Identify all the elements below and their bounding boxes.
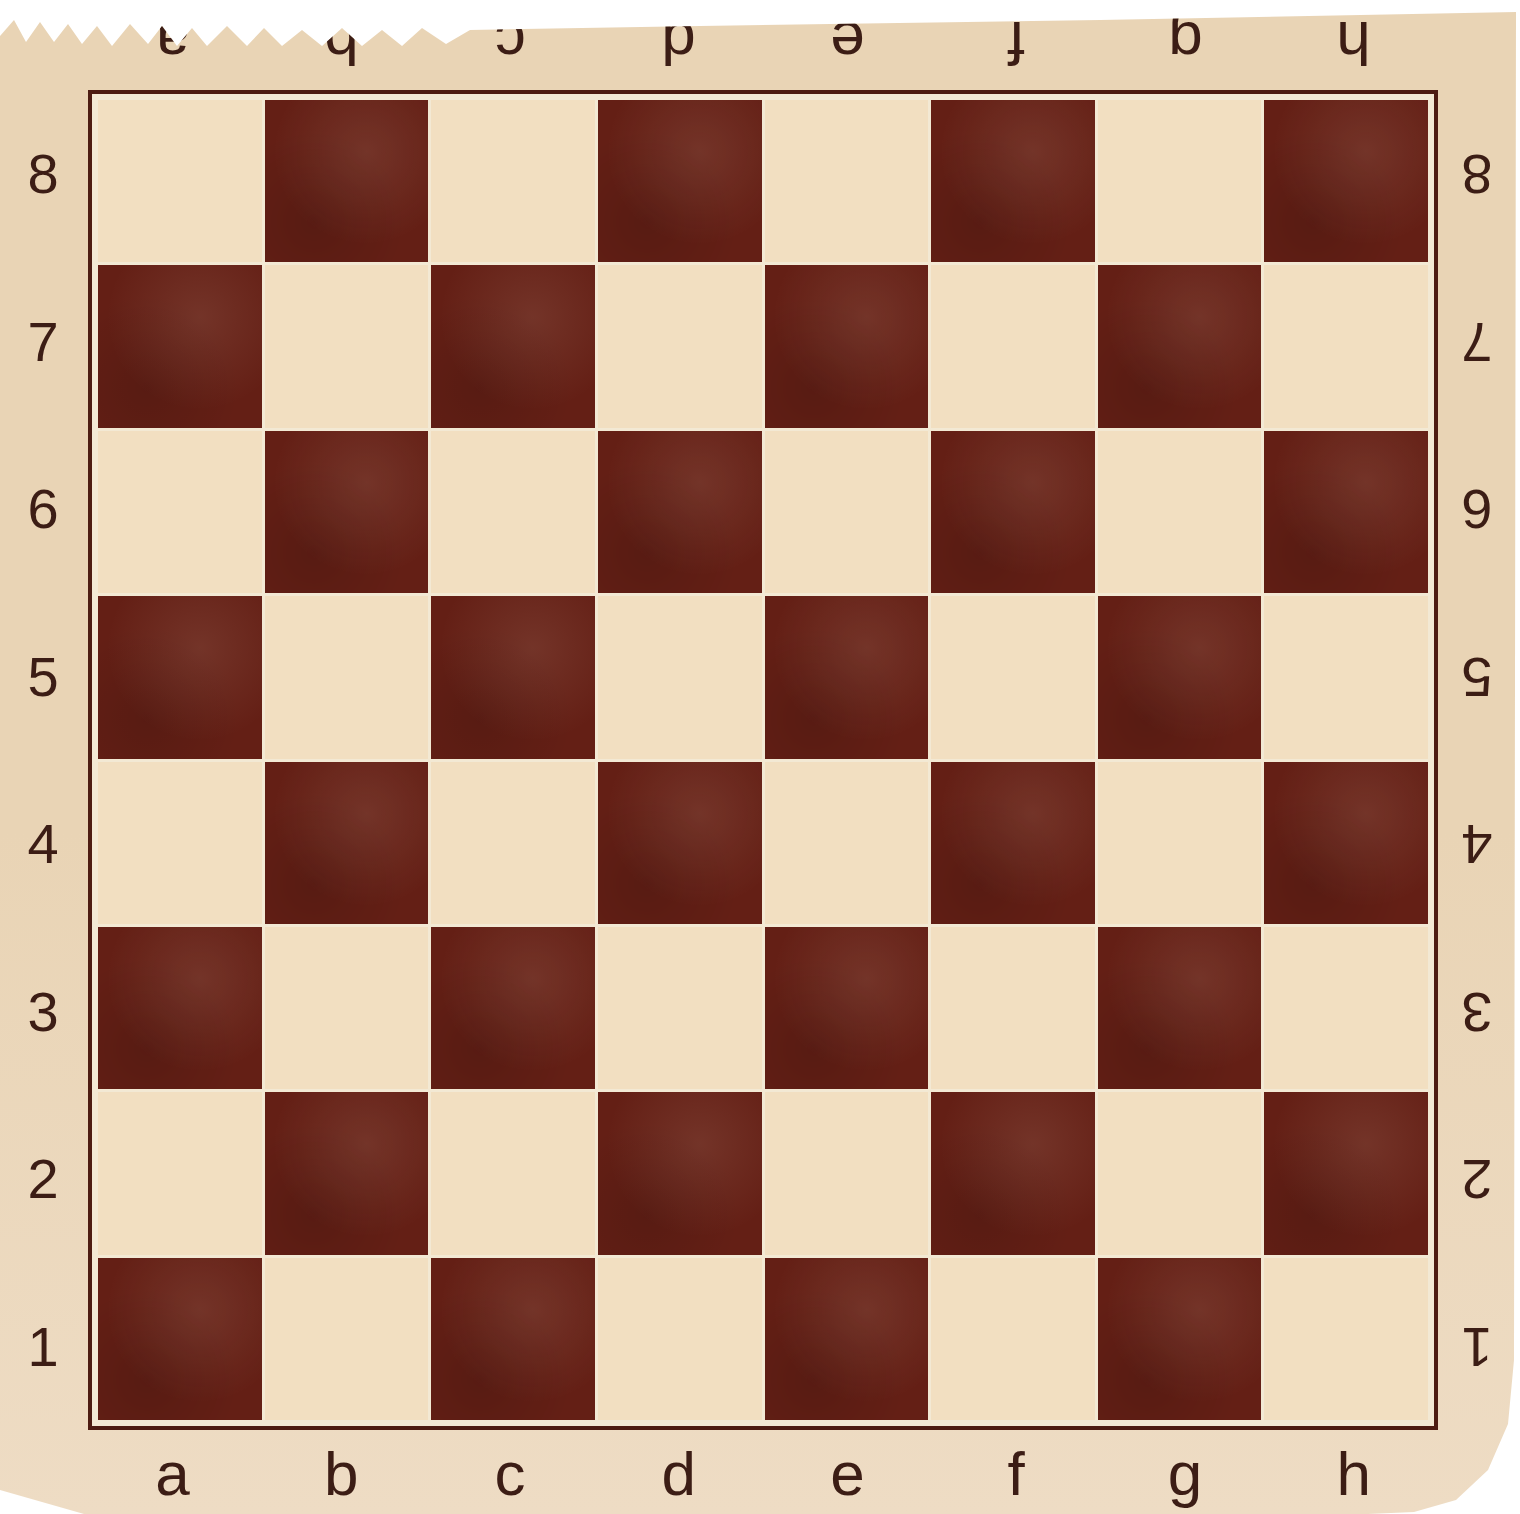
square-c6 (431, 431, 595, 593)
square-h4 (1264, 762, 1428, 924)
square-f6 (931, 431, 1095, 593)
square-e8 (765, 100, 929, 262)
file-label-bottom-e: e (763, 1434, 932, 1512)
rank-label-right-7: 7 (1436, 258, 1518, 426)
square-b5 (265, 596, 429, 758)
square-d8 (598, 100, 762, 262)
square-d1 (598, 1258, 762, 1420)
square-a7 (98, 265, 262, 427)
square-e3 (765, 927, 929, 1089)
square-a4 (98, 762, 262, 924)
square-c5 (431, 596, 595, 758)
rank-label-left-1: 1 (0, 1263, 86, 1431)
rank-label-right-8: 8 (1436, 90, 1518, 258)
square-g8 (1098, 100, 1262, 262)
rank-label-right-2: 2 (1436, 1095, 1518, 1263)
file-label-top-f: f (932, 2, 1101, 86)
rank-label-left-4: 4 (0, 760, 86, 928)
square-e5 (765, 596, 929, 758)
rank-label-left-8: 8 (0, 90, 86, 258)
square-a6 (98, 431, 262, 593)
square-g4 (1098, 762, 1262, 924)
rank-label-right-1: 1 (1436, 1263, 1518, 1431)
square-b8 (265, 100, 429, 262)
square-b2 (265, 1092, 429, 1254)
square-c2 (431, 1092, 595, 1254)
square-f7 (931, 265, 1095, 427)
square-h8 (1264, 100, 1428, 262)
rank-label-left-2: 2 (0, 1095, 86, 1263)
square-f8 (931, 100, 1095, 262)
file-label-bottom-c: c (426, 1434, 595, 1512)
file-label-top-e: e (763, 2, 932, 86)
square-b7 (265, 265, 429, 427)
square-f4 (931, 762, 1095, 924)
square-h2 (1264, 1092, 1428, 1254)
file-label-bottom-a: a (88, 1434, 257, 1512)
square-a1 (98, 1258, 262, 1420)
square-g1 (1098, 1258, 1262, 1420)
file-label-top-c: c (426, 2, 595, 86)
file-label-bottom-b: b (257, 1434, 426, 1512)
square-d7 (598, 265, 762, 427)
file-label-top-a: a (88, 2, 257, 86)
square-d3 (598, 927, 762, 1089)
square-h1 (1264, 1258, 1428, 1420)
square-g6 (1098, 431, 1262, 593)
square-c7 (431, 265, 595, 427)
square-d6 (598, 431, 762, 593)
square-e1 (765, 1258, 929, 1420)
rank-label-right-3: 3 (1436, 928, 1518, 1096)
file-label-top-h: h (1269, 2, 1438, 86)
square-h7 (1264, 265, 1428, 427)
square-e2 (765, 1092, 929, 1254)
rank-label-right-4: 4 (1436, 760, 1518, 928)
square-f5 (931, 596, 1095, 758)
square-f2 (931, 1092, 1095, 1254)
file-label-bottom-f: f (932, 1434, 1101, 1512)
rank-labels-left: 87654321 (0, 90, 86, 1430)
square-a2 (98, 1092, 262, 1254)
rank-label-left-3: 3 (0, 928, 86, 1096)
file-labels-bottom: abcdefgh (88, 1434, 1438, 1512)
square-h3 (1264, 927, 1428, 1089)
square-d4 (598, 762, 762, 924)
rank-labels-right: 87654321 (1436, 90, 1518, 1430)
chess-board (98, 100, 1428, 1420)
file-label-top-d: d (594, 2, 763, 86)
square-e4 (765, 762, 929, 924)
rank-label-left-6: 6 (0, 425, 86, 593)
square-b6 (265, 431, 429, 593)
rank-label-left-7: 7 (0, 258, 86, 426)
square-c8 (431, 100, 595, 262)
square-h6 (1264, 431, 1428, 593)
vinyl-board-mat: abcdefgh 87654321 87654321 abcdefgh (0, 0, 1520, 1514)
square-a8 (98, 100, 262, 262)
file-label-bottom-h: h (1269, 1434, 1438, 1512)
square-b3 (265, 927, 429, 1089)
square-f1 (931, 1258, 1095, 1420)
square-c4 (431, 762, 595, 924)
rank-label-right-5: 5 (1436, 593, 1518, 761)
square-e7 (765, 265, 929, 427)
file-label-bottom-g: g (1101, 1434, 1270, 1512)
board-frame (88, 90, 1438, 1430)
square-d2 (598, 1092, 762, 1254)
square-a5 (98, 596, 262, 758)
square-c1 (431, 1258, 595, 1420)
square-b1 (265, 1258, 429, 1420)
square-f3 (931, 927, 1095, 1089)
square-g2 (1098, 1092, 1262, 1254)
square-e6 (765, 431, 929, 593)
rank-label-right-6: 6 (1436, 425, 1518, 593)
square-h5 (1264, 596, 1428, 758)
square-g5 (1098, 596, 1262, 758)
square-g3 (1098, 927, 1262, 1089)
square-c3 (431, 927, 595, 1089)
square-g7 (1098, 265, 1262, 427)
square-a3 (98, 927, 262, 1089)
rank-label-left-5: 5 (0, 593, 86, 761)
square-d5 (598, 596, 762, 758)
file-label-top-b: b (257, 2, 426, 86)
file-labels-top: abcdefgh (88, 2, 1438, 86)
square-b4 (265, 762, 429, 924)
file-label-bottom-d: d (594, 1434, 763, 1512)
file-label-top-g: g (1101, 2, 1270, 86)
